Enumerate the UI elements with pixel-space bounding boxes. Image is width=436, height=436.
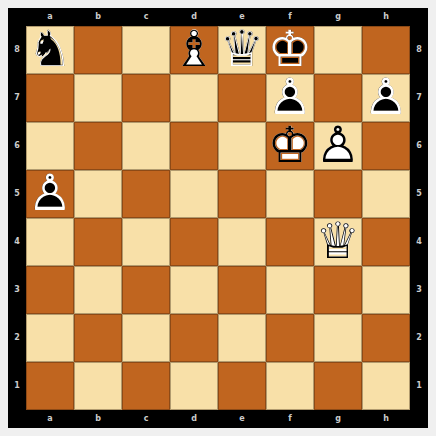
pawn-glyph-outline: ♙ <box>26 169 74 217</box>
square-e1[interactable] <box>218 362 266 410</box>
square-h2[interactable] <box>362 314 410 362</box>
white-bishop-piece: ♝♗ <box>170 26 218 74</box>
square-g6[interactable]: ♟♙ <box>314 122 362 170</box>
rank-label-3: 3 <box>14 286 20 294</box>
square-c2[interactable] <box>122 314 170 362</box>
rank-label-2: 2 <box>14 334 20 342</box>
square-b8[interactable] <box>74 26 122 74</box>
rank-label-6: 6 <box>416 142 422 150</box>
square-g7[interactable] <box>314 74 362 122</box>
rank-label-4: 4 <box>416 238 422 246</box>
white-king-piece: ♚♔ <box>266 122 314 170</box>
square-f3[interactable] <box>266 266 314 314</box>
file-label-a: a <box>47 415 52 423</box>
file-label-b: b <box>95 13 101 21</box>
queen-glyph-fill: ♛ <box>314 217 362 265</box>
square-c3[interactable] <box>122 266 170 314</box>
square-e2[interactable] <box>218 314 266 362</box>
rank-label-3: 3 <box>416 286 422 294</box>
rank-label-1: 1 <box>416 382 422 390</box>
file-label-d: d <box>191 415 197 423</box>
square-b2[interactable] <box>74 314 122 362</box>
white-queen-piece: ♛♕ <box>314 218 362 266</box>
square-a4[interactable] <box>26 218 74 266</box>
square-b6[interactable] <box>74 122 122 170</box>
square-g3[interactable] <box>314 266 362 314</box>
square-c1[interactable] <box>122 362 170 410</box>
square-c7[interactable] <box>122 74 170 122</box>
square-f8[interactable]: ♚♔ <box>266 26 314 74</box>
file-label-f: f <box>288 13 291 21</box>
square-f7[interactable]: ♟♙ <box>266 74 314 122</box>
square-d7[interactable] <box>170 74 218 122</box>
square-e5[interactable] <box>218 170 266 218</box>
square-e3[interactable] <box>218 266 266 314</box>
rank-label-8: 8 <box>14 46 20 54</box>
rank-labels-left: 87654321 <box>8 26 26 410</box>
black-pawn-piece: ♟♙ <box>26 170 74 218</box>
rank-label-1: 1 <box>14 382 20 390</box>
rank-label-6: 6 <box>14 142 20 150</box>
pawn-glyph-outline: ♙ <box>362 73 410 121</box>
square-a8[interactable]: ♞♘ <box>26 26 74 74</box>
square-f1[interactable] <box>266 362 314 410</box>
bishop-glyph-outline: ♗ <box>170 25 218 73</box>
square-a6[interactable] <box>26 122 74 170</box>
square-a5[interactable]: ♟♙ <box>26 170 74 218</box>
file-label-f: f <box>288 415 291 423</box>
square-b5[interactable] <box>74 170 122 218</box>
knight-glyph-outline: ♘ <box>26 25 74 73</box>
pawn-glyph-outline: ♙ <box>266 73 314 121</box>
rank-label-2: 2 <box>416 334 422 342</box>
square-e4[interactable] <box>218 218 266 266</box>
square-d5[interactable] <box>170 170 218 218</box>
king-glyph-outline: ♔ <box>266 25 314 73</box>
black-king-piece: ♚♔ <box>266 26 314 74</box>
square-a1[interactable] <box>26 362 74 410</box>
king-glyph-outline: ♔ <box>266 121 314 169</box>
file-label-a: a <box>47 13 52 21</box>
square-d6[interactable] <box>170 122 218 170</box>
pawn-glyph-fill: ♟ <box>266 73 314 121</box>
square-h1[interactable] <box>362 362 410 410</box>
square-f5[interactable] <box>266 170 314 218</box>
square-e6[interactable] <box>218 122 266 170</box>
queen-glyph-fill: ♛ <box>218 25 266 73</box>
square-g8[interactable] <box>314 26 362 74</box>
rank-label-4: 4 <box>14 238 20 246</box>
king-glyph-fill: ♚ <box>266 25 314 73</box>
pawn-glyph-outline: ♙ <box>314 121 362 169</box>
pawn-glyph-fill: ♟ <box>26 169 74 217</box>
square-g2[interactable] <box>314 314 362 362</box>
king-glyph-fill: ♚ <box>266 121 314 169</box>
square-a7[interactable] <box>26 74 74 122</box>
knight-glyph-fill: ♞ <box>26 25 74 73</box>
black-queen-piece: ♛♕ <box>218 26 266 74</box>
square-d2[interactable] <box>170 314 218 362</box>
square-a3[interactable] <box>26 266 74 314</box>
square-h7[interactable]: ♟♙ <box>362 74 410 122</box>
square-g5[interactable] <box>314 170 362 218</box>
pawn-glyph-fill: ♟ <box>362 73 410 121</box>
square-h5[interactable] <box>362 170 410 218</box>
rank-label-7: 7 <box>14 94 20 102</box>
file-label-h: h <box>383 415 389 423</box>
black-pawn-piece: ♟♙ <box>362 74 410 122</box>
board-frame: abcdefgh 87654321 ♞♘♝♗♛♕♚♔♟♙♟♙♚♔♟♙♟♙♛♕ 8… <box>8 8 428 428</box>
square-f4[interactable] <box>266 218 314 266</box>
square-a2[interactable] <box>26 314 74 362</box>
square-f2[interactable] <box>266 314 314 362</box>
square-b1[interactable] <box>74 362 122 410</box>
file-label-h: h <box>383 13 389 21</box>
square-d8[interactable]: ♝♗ <box>170 26 218 74</box>
square-h8[interactable] <box>362 26 410 74</box>
file-label-c: c <box>144 13 149 21</box>
pawn-glyph-fill: ♟ <box>314 121 362 169</box>
square-d4[interactable] <box>170 218 218 266</box>
square-h4[interactable] <box>362 218 410 266</box>
rank-label-5: 5 <box>14 190 20 198</box>
file-label-e: e <box>239 415 244 423</box>
file-label-g: g <box>335 13 341 21</box>
square-d1[interactable] <box>170 362 218 410</box>
square-g4[interactable]: ♛♕ <box>314 218 362 266</box>
file-labels-bottom: abcdefgh <box>26 410 410 428</box>
file-label-e: e <box>239 13 244 21</box>
white-pawn-piece: ♟♙ <box>314 122 362 170</box>
square-e8[interactable]: ♛♕ <box>218 26 266 74</box>
rank-label-7: 7 <box>416 94 422 102</box>
square-b4[interactable] <box>74 218 122 266</box>
file-label-g: g <box>335 415 341 423</box>
bishop-glyph-fill: ♝ <box>170 25 218 73</box>
rank-label-5: 5 <box>416 190 422 198</box>
square-f6[interactable]: ♚♔ <box>266 122 314 170</box>
square-h6[interactable] <box>362 122 410 170</box>
square-c4[interactable] <box>122 218 170 266</box>
black-knight-piece: ♞♘ <box>26 26 74 74</box>
square-c8[interactable] <box>122 26 170 74</box>
square-g1[interactable] <box>314 362 362 410</box>
queen-glyph-outline: ♕ <box>218 25 266 73</box>
chessboard: ♞♘♝♗♛♕♚♔♟♙♟♙♚♔♟♙♟♙♛♕ <box>26 26 410 410</box>
file-label-c: c <box>144 415 149 423</box>
square-c5[interactable] <box>122 170 170 218</box>
square-d3[interactable] <box>170 266 218 314</box>
square-h3[interactable] <box>362 266 410 314</box>
square-c6[interactable] <box>122 122 170 170</box>
rank-label-8: 8 <box>416 46 422 54</box>
file-label-d: d <box>191 13 197 21</box>
black-pawn-piece: ♟♙ <box>266 74 314 122</box>
square-b7[interactable] <box>74 74 122 122</box>
square-b3[interactable] <box>74 266 122 314</box>
square-e7[interactable] <box>218 74 266 122</box>
file-labels-top: abcdefgh <box>26 8 410 26</box>
queen-glyph-outline: ♕ <box>314 217 362 265</box>
file-label-b: b <box>95 415 101 423</box>
rank-labels-right: 87654321 <box>410 26 428 410</box>
